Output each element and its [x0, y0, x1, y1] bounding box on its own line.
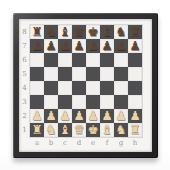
white-bishop[interactable]: ♝ — [101, 123, 112, 137]
square-c5[interactable] — [58, 67, 72, 81]
square-f1[interactable]: ♝ — [100, 123, 114, 137]
square-g4[interactable] — [114, 81, 128, 95]
square-a1[interactable]: ♜ — [30, 123, 44, 137]
square-d2[interactable]: ♟ — [72, 109, 86, 123]
square-f4[interactable] — [100, 81, 114, 95]
black-pawn[interactable]: ♟ — [101, 39, 112, 53]
square-a5[interactable] — [30, 67, 44, 81]
white-king[interactable]: ♚ — [87, 123, 98, 137]
square-f5[interactable] — [100, 67, 114, 81]
square-a3[interactable] — [30, 95, 44, 109]
black-rook[interactable]: ♜ — [129, 25, 140, 39]
rank-labels: 87654321 — [19, 25, 30, 137]
square-d5[interactable] — [72, 67, 86, 81]
square-a7[interactable]: ♟ — [30, 39, 44, 53]
square-b4[interactable] — [44, 81, 58, 95]
white-pawn[interactable]: ♟ — [73, 109, 84, 123]
chess-board: ♜♞♝♛♚♝♞♜♟♟♟♟♟♟♟♟♟♟♟♟♟♟♟♟♜♞♝♛♚♝♞♜ — [30, 25, 142, 137]
black-bishop[interactable]: ♝ — [59, 25, 70, 39]
square-h5[interactable] — [128, 67, 142, 81]
square-b1[interactable]: ♞ — [44, 123, 58, 137]
white-rook[interactable]: ♜ — [31, 123, 42, 137]
white-pawn[interactable]: ♟ — [101, 109, 112, 123]
square-b2[interactable]: ♟ — [44, 109, 58, 123]
square-a8[interactable]: ♜ — [30, 25, 44, 39]
white-bishop[interactable]: ♝ — [59, 123, 70, 137]
square-f6[interactable] — [100, 53, 114, 67]
square-h7[interactable]: ♟ — [128, 39, 142, 53]
rank-label: 2 — [19, 109, 30, 123]
square-e2[interactable]: ♟ — [86, 109, 100, 123]
square-a4[interactable] — [30, 81, 44, 95]
black-pawn[interactable]: ♟ — [31, 39, 42, 53]
square-e8[interactable]: ♚ — [86, 25, 100, 39]
white-pawn[interactable]: ♟ — [129, 109, 140, 123]
black-bishop[interactable]: ♝ — [101, 25, 112, 39]
rank-label: 6 — [19, 53, 30, 67]
file-labels: abcdefgh — [30, 137, 142, 149]
square-b5[interactable] — [44, 67, 58, 81]
black-knight[interactable]: ♞ — [45, 25, 56, 39]
square-g3[interactable] — [114, 95, 128, 109]
square-c1[interactable]: ♝ — [58, 123, 72, 137]
square-c4[interactable] — [58, 81, 72, 95]
square-g1[interactable]: ♞ — [114, 123, 128, 137]
black-pawn[interactable]: ♟ — [73, 39, 84, 53]
white-knight[interactable]: ♞ — [115, 123, 126, 137]
square-a6[interactable] — [30, 53, 44, 67]
square-d6[interactable] — [72, 53, 86, 67]
square-f8[interactable]: ♝ — [100, 25, 114, 39]
black-pawn[interactable]: ♟ — [45, 39, 56, 53]
square-d1[interactable]: ♛ — [72, 123, 86, 137]
file-label: g — [114, 137, 128, 149]
photo-background: 87654321 ♜♞♝♛♚♝♞♜♟♟♟♟♟♟♟♟♟♟♟♟♟♟♟♟♜♞♝♛♚♝♞… — [0, 0, 170, 170]
square-e3[interactable] — [86, 95, 100, 109]
white-pawn[interactable]: ♟ — [31, 109, 42, 123]
black-pawn[interactable]: ♟ — [129, 39, 140, 53]
black-pawn[interactable]: ♟ — [59, 39, 70, 53]
black-king[interactable]: ♚ — [87, 25, 98, 39]
square-e7[interactable]: ♟ — [86, 39, 100, 53]
square-h3[interactable] — [128, 95, 142, 109]
square-e5[interactable] — [86, 67, 100, 81]
black-knight[interactable]: ♞ — [115, 25, 126, 39]
rank-label: 5 — [19, 67, 30, 81]
rank-label: 8 — [19, 25, 30, 39]
square-g5[interactable] — [114, 67, 128, 81]
black-queen[interactable]: ♛ — [73, 25, 84, 39]
square-g2[interactable]: ♟ — [114, 109, 128, 123]
square-h6[interactable] — [128, 53, 142, 67]
rank-label: 3 — [19, 95, 30, 109]
white-rook[interactable]: ♜ — [129, 123, 140, 137]
rank-label: 7 — [19, 39, 30, 53]
white-queen[interactable]: ♛ — [73, 123, 84, 137]
rank-label: 4 — [19, 81, 30, 95]
square-e1[interactable]: ♚ — [86, 123, 100, 137]
square-c2[interactable]: ♟ — [58, 109, 72, 123]
square-c8[interactable]: ♝ — [58, 25, 72, 39]
file-label: d — [72, 137, 86, 149]
square-g8[interactable]: ♞ — [114, 25, 128, 39]
file-label: e — [86, 137, 100, 149]
file-label: f — [100, 137, 114, 149]
square-d4[interactable] — [72, 81, 86, 95]
rank-label: 1 — [19, 123, 30, 137]
white-pawn[interactable]: ♟ — [59, 109, 70, 123]
square-e6[interactable] — [86, 53, 100, 67]
square-b6[interactable] — [44, 53, 58, 67]
square-g7[interactable]: ♟ — [114, 39, 128, 53]
square-h8[interactable]: ♜ — [128, 25, 142, 39]
square-f7[interactable]: ♟ — [100, 39, 114, 53]
square-b8[interactable]: ♞ — [44, 25, 58, 39]
square-c6[interactable] — [58, 53, 72, 67]
square-d7[interactable]: ♟ — [72, 39, 86, 53]
file-label: h — [128, 137, 142, 149]
white-knight[interactable]: ♞ — [45, 123, 56, 137]
square-b7[interactable]: ♟ — [44, 39, 58, 53]
file-label: b — [44, 137, 58, 149]
square-b3[interactable] — [44, 95, 58, 109]
square-h2[interactable]: ♟ — [128, 109, 142, 123]
board-frame: 87654321 ♜♞♝♛♚♝♞♜♟♟♟♟♟♟♟♟♟♟♟♟♟♟♟♟♜♞♝♛♚♝♞… — [13, 13, 158, 158]
square-d3[interactable] — [72, 95, 86, 109]
file-label: c — [58, 137, 72, 149]
white-pawn[interactable]: ♟ — [87, 109, 98, 123]
black-pawn[interactable]: ♟ — [115, 39, 126, 53]
square-c3[interactable] — [58, 95, 72, 109]
square-e4[interactable] — [86, 81, 100, 95]
square-c7[interactable]: ♟ — [58, 39, 72, 53]
black-rook[interactable]: ♜ — [31, 25, 42, 39]
white-pawn[interactable]: ♟ — [45, 109, 56, 123]
black-pawn[interactable]: ♟ — [87, 39, 98, 53]
square-f2[interactable]: ♟ — [100, 109, 114, 123]
square-g6[interactable] — [114, 53, 128, 67]
square-d8[interactable]: ♛ — [72, 25, 86, 39]
file-label: a — [30, 137, 44, 149]
white-pawn[interactable]: ♟ — [115, 109, 126, 123]
square-h1[interactable]: ♜ — [128, 123, 142, 137]
square-h4[interactable] — [128, 81, 142, 95]
square-a2[interactable]: ♟ — [30, 109, 44, 123]
board-mat: 87654321 ♜♞♝♛♚♝♞♜♟♟♟♟♟♟♟♟♟♟♟♟♟♟♟♟♜♞♝♛♚♝♞… — [19, 19, 152, 152]
square-f3[interactable] — [100, 95, 114, 109]
